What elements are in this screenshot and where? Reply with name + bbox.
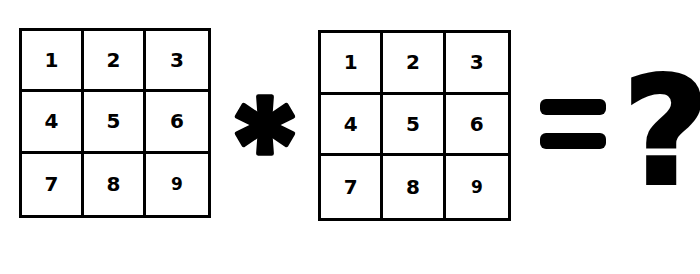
asterisk-operator-icon: * xyxy=(232,92,298,158)
right-grid-cell-r2c3: 6 xyxy=(446,95,508,157)
right-grid-cell-r1c3: 3 xyxy=(446,33,508,95)
equals-bottom-bar xyxy=(540,133,606,149)
left-grid-cell-r3c2: 8 xyxy=(84,154,146,215)
right-grid-cell-r1c2: 2 xyxy=(383,33,445,95)
left-grid-cell-r2c1: 4 xyxy=(22,92,84,153)
puzzle-canvas: 1 2 3 4 5 6 7 8 9 * 1 2 3 4 5 6 7 xyxy=(0,0,700,274)
left-grid-cell-r1c2: 2 xyxy=(84,31,146,92)
right-grid: 1 2 3 4 5 6 7 8 9 xyxy=(318,30,511,221)
left-grid-cell-r2c2: 5 xyxy=(84,92,146,153)
equals-top-bar xyxy=(540,99,606,115)
left-grid-cell-r3c3: 9 xyxy=(146,154,208,215)
left-grid: 1 2 3 4 5 6 7 8 9 xyxy=(19,28,211,218)
left-grid-cell-r2c3: 6 xyxy=(146,92,208,153)
question-mark: ? xyxy=(623,58,700,206)
equals-sign-icon: = xyxy=(540,99,606,149)
right-grid-cell-r2c2: 5 xyxy=(383,95,445,157)
left-grid-cell-r3c1: 7 xyxy=(22,154,84,215)
right-grid-cell-r3c1: 7 xyxy=(321,156,383,218)
left-grid-cell-r1c3: 3 xyxy=(146,31,208,92)
left-grid-cell-r1c1: 1 xyxy=(22,31,84,92)
right-grid-cell-r2c1: 4 xyxy=(321,95,383,157)
right-grid-cell-r3c3: 9 xyxy=(446,156,508,218)
right-grid-cell-r3c2: 8 xyxy=(383,156,445,218)
right-grid-cell-r1c1: 1 xyxy=(321,33,383,95)
